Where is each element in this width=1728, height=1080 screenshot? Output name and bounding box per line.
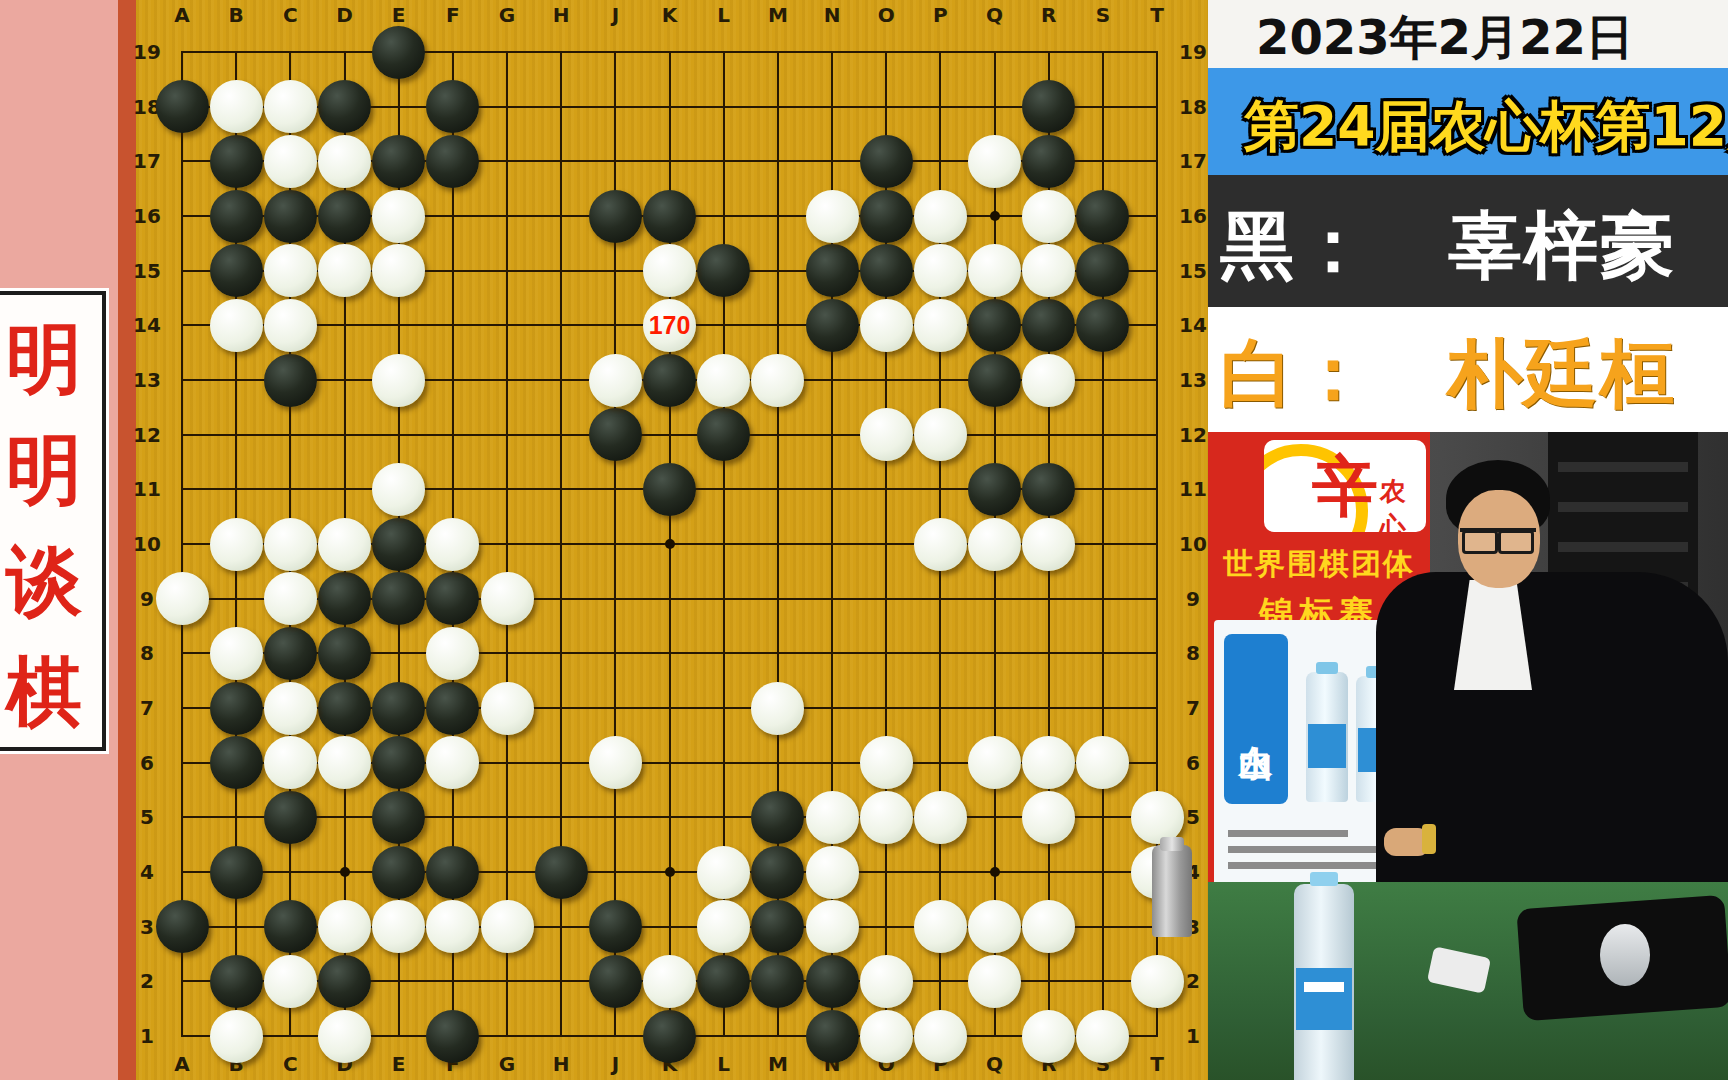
stone-black	[264, 791, 317, 844]
rack-slat	[1558, 462, 1688, 472]
coordinate-number-left: 1	[132, 1024, 162, 1048]
coordinate-number-left: 6	[132, 751, 162, 775]
coordinate-number-left: 4	[132, 860, 162, 884]
grid-line-horizontal	[181, 816, 1158, 818]
stone-white	[860, 736, 913, 789]
coordinate-letter-top: N	[819, 3, 845, 27]
bottle-cap	[1310, 872, 1338, 886]
water-bottle-on-table	[1294, 884, 1354, 1080]
stone-black	[210, 135, 263, 188]
coordinate-letter-top: T	[1144, 3, 1170, 27]
stone-white	[210, 518, 263, 571]
date-text: 2023年2月22日	[1256, 6, 1634, 70]
stone-white	[860, 299, 913, 352]
stone-black	[318, 627, 371, 680]
stone-black	[968, 463, 1021, 516]
bottle-label	[1308, 724, 1346, 768]
stone-black	[372, 135, 425, 188]
coordinate-letter-top: O	[873, 3, 899, 27]
stone-white: 170	[643, 299, 696, 352]
stone-white	[318, 1010, 371, 1063]
stone-black	[372, 736, 425, 789]
stone-black	[751, 791, 804, 844]
coordinate-letter-bottom: Q	[982, 1052, 1008, 1076]
nongshim-logo: 辛 农心	[1264, 440, 1426, 532]
go-board: AABBCCDDEEFFGGHHJJKKLLMMNNOOPPQQRRSSTT19…	[136, 0, 1208, 1080]
stone-white	[1022, 354, 1075, 407]
stone-white	[914, 244, 967, 297]
stone-black	[1022, 80, 1075, 133]
banner-text-line: 世界围棋团体	[1208, 544, 1430, 585]
coordinate-letter-top: P	[927, 3, 953, 27]
logo-subtext: 农心	[1380, 474, 1426, 532]
stone-black	[1022, 299, 1075, 352]
coordinate-number-left: 17	[132, 149, 162, 173]
stone-white	[643, 955, 696, 1008]
stone-black	[210, 682, 263, 735]
stone-black	[589, 408, 642, 461]
star-point	[990, 211, 1000, 221]
stone-black	[806, 244, 859, 297]
coordinate-number-left: 10	[132, 532, 162, 556]
stone-black	[1076, 299, 1129, 352]
stone-black	[860, 135, 913, 188]
stone-white	[210, 299, 263, 352]
coordinate-number-right: 18	[1178, 95, 1208, 119]
channel-char: 谈	[2, 525, 86, 636]
channel-char: 明	[2, 414, 86, 525]
small-text-line	[1228, 862, 1378, 869]
stone-black	[264, 190, 317, 243]
stone-white	[914, 1010, 967, 1063]
stone-black	[860, 244, 913, 297]
stone-white	[1022, 791, 1075, 844]
stone-black	[372, 791, 425, 844]
stone-white	[589, 354, 642, 407]
info-panel: 2023年2月22日 第24届农心杯第12局 黑： 辜梓豪 白： 朴廷桓 辛	[1208, 0, 1728, 1080]
computer-mouse	[1600, 924, 1650, 986]
stone-black	[210, 244, 263, 297]
stone-black	[643, 463, 696, 516]
small-text-line	[1228, 830, 1348, 837]
stone-white	[968, 244, 1021, 297]
stone-black	[860, 190, 913, 243]
stone-white	[914, 190, 967, 243]
coordinate-letter-top: H	[548, 3, 574, 27]
stone-black	[589, 900, 642, 953]
stone-white	[372, 463, 425, 516]
stone-black	[426, 682, 479, 735]
last-move-number: 170	[649, 311, 691, 340]
coordinate-letter-bottom: L	[711, 1052, 737, 1076]
coordinate-number-right: 15	[1178, 259, 1208, 283]
stone-white	[697, 354, 750, 407]
stone-white	[264, 572, 317, 625]
stone-white	[264, 135, 317, 188]
stone-black	[589, 955, 642, 1008]
stone-black	[1022, 135, 1075, 188]
player-glasses	[1460, 528, 1536, 552]
stone-white	[1131, 955, 1184, 1008]
stone-white	[210, 80, 263, 133]
coordinate-number-left: 19	[132, 40, 162, 64]
stone-black	[535, 846, 588, 899]
coordinate-letter-top: M	[765, 3, 791, 27]
stone-black	[372, 518, 425, 571]
stone-black	[210, 846, 263, 899]
stone-white	[318, 736, 371, 789]
stone-white	[751, 682, 804, 735]
stone-white	[1022, 518, 1075, 571]
event-title-text: 第24届农心杯第12局	[1244, 90, 1728, 164]
venue-photo: 辛 农心 世界围棋团体 锦标赛 白山水 辛	[1208, 432, 1728, 1080]
stone-white	[806, 846, 859, 899]
water-bottle	[1306, 672, 1348, 802]
coordinate-number-left: 16	[132, 204, 162, 228]
coordinate-letter-top: B	[223, 3, 249, 27]
stone-black	[751, 846, 804, 899]
coordinate-number-left: 7	[132, 696, 162, 720]
broadcast-frame: 明 明 谈 棋 AABBCCDDEEFFGGHHJJKKLLMMNNOOPPQQ…	[0, 0, 1728, 1080]
coordinate-number-left: 5	[132, 805, 162, 829]
coordinate-number-right: 11	[1178, 477, 1208, 501]
coordinate-number-right: 14	[1178, 313, 1208, 337]
stone-white	[806, 791, 859, 844]
stone-black	[264, 354, 317, 407]
coordinate-number-right: 7	[1178, 696, 1208, 720]
stone-black	[806, 955, 859, 1008]
rack-slat	[1558, 502, 1688, 512]
stone-white	[968, 135, 1021, 188]
stone-white	[210, 1010, 263, 1063]
stone-white	[264, 244, 317, 297]
stone-black	[318, 190, 371, 243]
stone-white	[1022, 190, 1075, 243]
stone-black	[318, 572, 371, 625]
stone-black	[156, 80, 209, 133]
stone-white	[1076, 1010, 1129, 1063]
stone-white	[914, 518, 967, 571]
coordinate-letter-top: G	[494, 3, 520, 27]
stone-white	[426, 518, 479, 571]
event-title-bar: 第24届农心杯第12局	[1208, 68, 1728, 175]
rack-slat	[1558, 542, 1688, 552]
stone-black	[968, 299, 1021, 352]
stone-black	[210, 190, 263, 243]
stone-white	[968, 955, 1021, 1008]
coordinate-number-right: 16	[1178, 204, 1208, 228]
stone-white	[318, 135, 371, 188]
black-player-name: 黑： 辜梓豪	[1220, 197, 1676, 297]
coordinate-number-right: 19	[1178, 40, 1208, 64]
stone-white	[968, 736, 1021, 789]
coordinate-number-left: 8	[132, 641, 162, 665]
stone-black	[643, 354, 696, 407]
stone-black	[372, 572, 425, 625]
coordinate-letter-bottom: A	[169, 1052, 195, 1076]
coordinate-letter-top: S	[1090, 3, 1116, 27]
stone-black	[264, 900, 317, 953]
stone-white	[860, 1010, 913, 1063]
coordinate-letter-bottom: M	[765, 1052, 791, 1076]
stone-white	[697, 846, 750, 899]
stone-white	[914, 791, 967, 844]
stone-black	[372, 26, 425, 79]
stone-black	[156, 900, 209, 953]
stone-black	[806, 299, 859, 352]
stone-black	[318, 80, 371, 133]
stone-white	[1131, 791, 1184, 844]
gray-bottle-object	[1152, 845, 1192, 937]
stone-white	[481, 900, 534, 953]
stone-black	[264, 627, 317, 680]
stone-white	[318, 518, 371, 571]
stone-white	[751, 354, 804, 407]
stone-black	[372, 682, 425, 735]
coordinate-number-left: 15	[132, 259, 162, 283]
coordinate-letter-bottom: C	[277, 1052, 303, 1076]
stone-white	[643, 244, 696, 297]
coordinate-number-right: 17	[1178, 149, 1208, 173]
stone-white	[968, 518, 1021, 571]
coordinate-letter-bottom: T	[1144, 1052, 1170, 1076]
coordinate-number-right: 9	[1178, 587, 1208, 611]
stone-white	[372, 354, 425, 407]
stone-black	[751, 955, 804, 1008]
stone-white	[372, 190, 425, 243]
coordinate-number-right: 8	[1178, 641, 1208, 665]
star-point	[340, 867, 350, 877]
stone-black	[1076, 190, 1129, 243]
stone-white	[372, 244, 425, 297]
coordinate-letter-bottom: H	[548, 1052, 574, 1076]
coordinate-number-left: 13	[132, 368, 162, 392]
stone-black	[426, 846, 479, 899]
stone-white	[264, 518, 317, 571]
coordinate-letter-top: A	[169, 3, 195, 27]
white-player-bar: 白： 朴廷桓	[1208, 307, 1728, 432]
coordinate-letter-top: Q	[982, 3, 1008, 27]
coordinate-letter-top: E	[386, 3, 412, 27]
stone-black	[372, 846, 425, 899]
stone-black	[697, 244, 750, 297]
coordinate-number-left: 12	[132, 423, 162, 447]
player-watch	[1422, 824, 1436, 854]
stone-white	[210, 627, 263, 680]
stone-white	[264, 80, 317, 133]
logo-character: 辛	[1312, 442, 1378, 532]
stone-white	[860, 955, 913, 1008]
stone-white	[481, 572, 534, 625]
channel-name-vertical-text: 明 明 谈 棋	[2, 303, 86, 747]
stone-black	[426, 1010, 479, 1063]
stone-white	[481, 682, 534, 735]
white-player-name: 白： 朴廷桓	[1220, 325, 1676, 425]
stone-white	[860, 408, 913, 461]
stone-white	[914, 408, 967, 461]
bottle-cap	[1316, 662, 1338, 674]
coordinate-number-right: 6	[1178, 751, 1208, 775]
coordinate-letter-top: L	[711, 3, 737, 27]
stone-black	[318, 955, 371, 1008]
stone-white	[806, 900, 859, 953]
stone-white	[914, 299, 967, 352]
star-point	[990, 867, 1000, 877]
stone-white	[318, 900, 371, 953]
coordinate-letter-top: J	[602, 3, 628, 27]
stone-white	[806, 190, 859, 243]
coordinate-letter-bottom: E	[386, 1052, 412, 1076]
star-point	[665, 867, 675, 877]
stone-black	[697, 955, 750, 1008]
stone-black	[806, 1010, 859, 1063]
coordinate-letter-top: D	[332, 3, 358, 27]
stone-black	[210, 736, 263, 789]
bottle-label	[1296, 968, 1352, 1030]
stone-black	[589, 190, 642, 243]
stone-white	[264, 955, 317, 1008]
coordinate-number-right: 12	[1178, 423, 1208, 447]
stone-black	[968, 354, 1021, 407]
stone-white	[318, 244, 371, 297]
stone-white	[264, 682, 317, 735]
coordinate-letter-bottom: J	[602, 1052, 628, 1076]
coordinate-letter-bottom: G	[494, 1052, 520, 1076]
coordinate-number-right: 13	[1178, 368, 1208, 392]
stone-white	[860, 791, 913, 844]
date-bar: 2023年2月22日	[1208, 0, 1728, 68]
left-sidebar: 明 明 谈 棋	[0, 0, 136, 1080]
coordinate-number-right: 10	[1178, 532, 1208, 556]
stone-black	[643, 190, 696, 243]
coordinate-number-left: 11	[132, 477, 162, 501]
stone-white	[426, 627, 479, 680]
stone-white	[589, 736, 642, 789]
stone-black	[697, 408, 750, 461]
stone-white	[968, 900, 1021, 953]
stone-white	[264, 299, 317, 352]
stone-white	[264, 736, 317, 789]
coordinate-letter-top: C	[277, 3, 303, 27]
coordinate-number-left: 14	[132, 313, 162, 337]
coordinate-number-left: 2	[132, 969, 162, 993]
coordinate-number-right: 1	[1178, 1024, 1208, 1048]
black-player-bar: 黑： 辜梓豪	[1208, 175, 1728, 307]
stone-white	[156, 572, 209, 625]
star-point	[665, 539, 675, 549]
channel-char: 棋	[2, 636, 86, 747]
coordinate-letter-top: R	[1036, 3, 1062, 27]
channel-name-box: 明 明 谈 棋	[0, 291, 106, 751]
stone-white	[914, 900, 967, 953]
coordinate-letter-top: F	[440, 3, 466, 27]
stone-black	[426, 135, 479, 188]
stone-black	[643, 1010, 696, 1063]
stone-white	[1022, 1010, 1075, 1063]
stone-black	[318, 682, 371, 735]
stone-black	[1022, 463, 1075, 516]
water-brand-label: 白山水	[1224, 634, 1288, 804]
channel-char: 明	[2, 303, 86, 414]
stone-black	[210, 955, 263, 1008]
coordinate-letter-top: K	[657, 3, 683, 27]
